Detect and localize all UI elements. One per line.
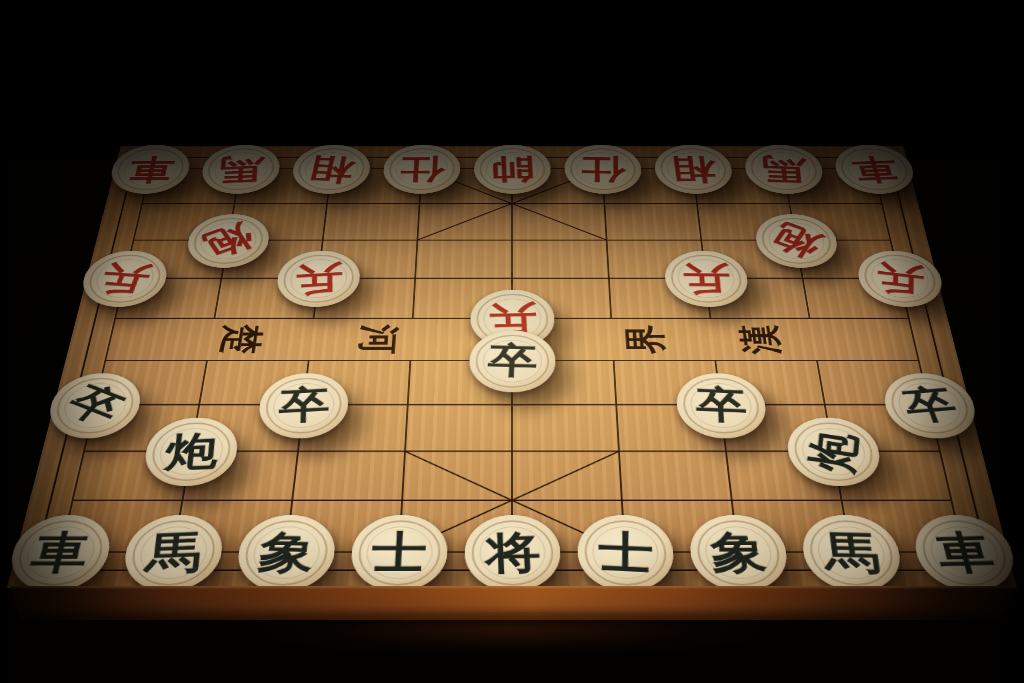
photo-scene: 楚河界漢 車馬相仕帥仕相馬車炮炮兵兵兵兵兵卒卒卒卒卒炮炮車馬象士将士象馬車: [0, 0, 1024, 683]
piece-top-face: 象: [234, 515, 338, 591]
piece-black-soldier-c6[interactable]: 卒: [255, 373, 351, 438]
piece-character: 士: [597, 530, 653, 576]
piece-character: 卒: [898, 385, 962, 426]
piece-character: 車: [931, 530, 998, 575]
piece-character: 仕: [581, 154, 625, 183]
piece-character: 馬: [143, 530, 203, 576]
piece-character: 炮: [766, 220, 827, 262]
piece-top-face: 車: [831, 145, 919, 194]
piece-red-advisor-d0[interactable]: 仕: [382, 145, 461, 194]
piece-character: 将: [484, 530, 541, 575]
piece-black-cannon-h7[interactable]: 炮: [783, 418, 885, 486]
river-char-河: 河: [349, 324, 407, 354]
piece-top-face: 馬: [198, 145, 283, 194]
piece-black-soldier-a6[interactable]: 卒: [43, 373, 146, 438]
piece-red-horse-b0[interactable]: 馬: [198, 145, 283, 194]
piece-red-general-e0[interactable]: 帥: [474, 145, 552, 194]
piece-black-chariot-i9[interactable]: 車: [909, 515, 1022, 591]
piece-top-face: 兵: [77, 251, 172, 307]
piece-top-face: 相: [653, 145, 735, 194]
piece-character: 車: [28, 531, 93, 575]
xiangqi-board: 楚河界漢 車馬相仕帥仕相馬車炮炮兵兵兵兵兵卒卒卒卒卒炮炮車馬象士将士象馬車: [7, 146, 1017, 588]
piece-top-face: 卒: [469, 330, 556, 392]
piece-black-soldier-i6[interactable]: 卒: [879, 373, 982, 438]
river-char-楚: 楚: [211, 324, 272, 354]
piece-character: 車: [125, 155, 176, 183]
piece-top-face: 卒: [674, 373, 770, 438]
piece-top-face: 卒: [43, 373, 146, 438]
piece-red-elephant-g0[interactable]: 相: [653, 145, 735, 194]
piece-black-horse-b9[interactable]: 馬: [118, 515, 227, 591]
piece-black-horse-h9[interactable]: 馬: [798, 515, 907, 591]
piece-character: 馬: [821, 530, 882, 575]
piece-top-face: 炮: [752, 214, 841, 267]
piece-red-soldier-a3[interactable]: 兵: [77, 251, 172, 307]
piece-top-face: 車: [909, 515, 1022, 591]
piece-top-face: 馬: [798, 515, 907, 591]
piece-black-advisor-f9[interactable]: 士: [577, 515, 677, 591]
piece-top-face: 炮: [139, 418, 241, 486]
piece-top-face: 仕: [564, 145, 643, 194]
piece-red-advisor-f0[interactable]: 仕: [564, 145, 643, 194]
piece-character: 兵: [95, 261, 154, 297]
piece-character: 卒: [59, 380, 131, 430]
piece-red-cannon-b2[interactable]: 炮: [183, 214, 272, 267]
board-surface[interactable]: 楚河界漢 車馬相仕帥仕相馬車炮炮兵兵兵兵兵卒卒卒卒卒炮炮車馬象士将士象馬車: [7, 146, 1017, 588]
piece-character: 卒: [487, 343, 538, 380]
piece-character: 士: [370, 531, 428, 575]
piece-black-chariot-a9[interactable]: 車: [3, 515, 116, 591]
piece-top-face: 象: [687, 515, 791, 591]
piece-character: 馬: [218, 154, 264, 184]
piece-top-face: 卒: [255, 373, 351, 438]
piece-top-face: 兵: [274, 251, 362, 307]
piece-character: 車: [848, 154, 901, 184]
piece-character: 卒: [278, 385, 330, 425]
piece-character: 兵: [295, 261, 343, 296]
piece-red-chariot-a0[interactable]: 車: [106, 145, 194, 194]
piece-top-face: 仕: [382, 145, 461, 194]
piece-character: 馬: [761, 154, 808, 184]
piece-character: 兵: [875, 260, 923, 297]
piece-character: 炮: [198, 220, 259, 262]
piece-top-face: 帥: [474, 145, 552, 194]
piece-top-face: 馬: [742, 145, 827, 194]
piece-red-soldier-c3[interactable]: 兵: [274, 251, 362, 307]
piece-top-face: 卒: [879, 373, 982, 438]
piece-top-face: 馬: [118, 515, 227, 591]
piece-black-cannon-b7[interactable]: 炮: [139, 418, 241, 486]
piece-character: 炮: [163, 431, 220, 472]
piece-black-soldier-e5[interactable]: 卒: [469, 330, 556, 392]
piece-black-elephant-c9[interactable]: 象: [234, 515, 338, 591]
piece-black-advisor-d9[interactable]: 士: [349, 515, 449, 591]
piece-character: 仕: [399, 155, 445, 183]
piece-black-general-e9[interactable]: 将: [464, 515, 561, 591]
piece-red-soldier-g3[interactable]: 兵: [663, 251, 751, 307]
river-char-界: 界: [617, 324, 675, 354]
floor-glow: [212, 612, 812, 672]
piece-red-cannon-h2[interactable]: 炮: [752, 214, 841, 267]
piece-red-chariot-i0[interactable]: 車: [831, 145, 919, 194]
piece-top-face: 士: [577, 515, 677, 591]
piece-top-face: 兵: [663, 251, 751, 307]
piece-top-face: 士: [349, 515, 449, 591]
piece-character: 象: [255, 530, 317, 575]
piece-character: 相: [306, 154, 356, 184]
piece-red-horse-h0[interactable]: 馬: [742, 145, 827, 194]
piece-top-face: 車: [106, 145, 194, 194]
piece-black-elephant-g9[interactable]: 象: [687, 515, 791, 591]
piece-character: 象: [709, 531, 769, 575]
piece-top-face: 炮: [783, 418, 885, 486]
piece-character: 炮: [805, 428, 861, 475]
piece-top-face: 相: [290, 145, 372, 194]
piece-black-soldier-g6[interactable]: 卒: [674, 373, 770, 438]
piece-top-face: 車: [3, 515, 116, 591]
piece-red-soldier-i3[interactable]: 兵: [853, 251, 948, 307]
piece-character: 相: [669, 155, 717, 184]
piece-top-face: 将: [464, 515, 561, 591]
piece-character: 兵: [681, 262, 731, 295]
piece-character: 卒: [695, 386, 748, 425]
piece-red-elephant-c0[interactable]: 相: [290, 145, 372, 194]
piece-top-face: 炮: [183, 214, 272, 267]
river-char-漢: 漢: [731, 324, 791, 354]
piece-top-face: 兵: [853, 251, 948, 307]
piece-character: 帥: [490, 154, 536, 183]
